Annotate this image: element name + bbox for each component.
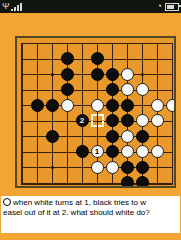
white-stone-move-1[interactable]: 1 (91, 145, 104, 158)
problem-text-panel: when white turns at 1, black tries to w … (1, 196, 180, 233)
black-stone[interactable] (46, 99, 59, 112)
black-stone[interactable] (91, 52, 104, 65)
white-stone[interactable] (151, 99, 164, 112)
go-board[interactable]: 21 (15, 36, 176, 188)
black-stone[interactable] (106, 130, 119, 143)
grid-line-h (21, 90, 173, 91)
grid-line-h (21, 136, 173, 137)
grid-line-h (21, 43, 173, 44)
black-stone[interactable] (106, 68, 119, 81)
phone-screen: { "game": "go", "app": { "kind": "mobile… (0, 0, 181, 240)
board-cursor[interactable] (91, 114, 104, 127)
black-stone[interactable] (136, 130, 149, 143)
black-stone[interactable] (91, 68, 104, 81)
status-bar-right: ◔ (157, 0, 181, 13)
black-stone[interactable] (76, 145, 89, 158)
clock-icon: ◔ (157, 0, 162, 13)
grid-line-v (37, 43, 38, 185)
problem-text-line1: when white turns at 1, black tries to w (13, 198, 146, 208)
grid-line-h (21, 183, 173, 185)
status-bar: Ψ ◔ (0, 0, 181, 13)
white-stone[interactable] (121, 68, 134, 81)
grid-line-v (172, 43, 173, 185)
white-stone[interactable] (151, 145, 164, 158)
white-stone[interactable] (121, 83, 134, 96)
black-stone[interactable] (136, 161, 149, 174)
black-stone[interactable] (136, 176, 149, 188)
black-stone[interactable] (121, 176, 134, 188)
black-stone[interactable] (46, 130, 59, 143)
white-stone[interactable] (91, 161, 104, 174)
hoshi-point (51, 166, 54, 169)
white-stone[interactable] (61, 99, 74, 112)
black-stone-move-2[interactable]: 2 (76, 114, 89, 127)
battery-icon (165, 3, 179, 11)
antenna-icon: Ψ (2, 0, 10, 13)
black-stone[interactable] (31, 99, 44, 112)
white-stone-icon (3, 198, 11, 206)
black-stone[interactable] (121, 114, 134, 127)
grid-line-v (21, 43, 23, 185)
black-stone[interactable] (61, 83, 74, 96)
board-grid[interactable]: 21 (17, 38, 174, 186)
hoshi-point (51, 73, 54, 76)
grid-line-v (52, 43, 53, 185)
white-stone[interactable] (166, 99, 177, 112)
black-stone[interactable] (106, 114, 119, 127)
white-stone[interactable] (136, 83, 149, 96)
black-stone[interactable] (61, 68, 74, 81)
white-stone[interactable] (136, 114, 149, 127)
black-stone[interactable] (61, 52, 74, 65)
black-stone[interactable] (106, 145, 119, 158)
black-stone[interactable] (106, 99, 119, 112)
white-stone[interactable] (106, 161, 119, 174)
problem-text-line2: easel out of it at 2. what should white … (3, 208, 179, 218)
white-stone[interactable] (121, 145, 134, 158)
white-stone[interactable] (121, 130, 134, 143)
black-stone[interactable] (121, 161, 134, 174)
hoshi-point (141, 73, 144, 76)
white-stone[interactable] (136, 145, 149, 158)
black-stone[interactable] (121, 99, 134, 112)
black-stone[interactable] (106, 83, 119, 96)
signal-bars-icon (11, 3, 22, 11)
white-stone[interactable] (91, 99, 104, 112)
white-stone[interactable] (151, 114, 164, 127)
signal-indicator: Ψ (0, 0, 22, 13)
